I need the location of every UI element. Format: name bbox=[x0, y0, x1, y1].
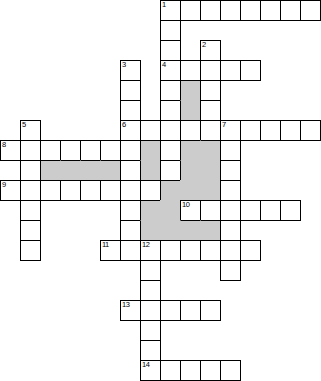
shaded-cell bbox=[200, 220, 221, 241]
cell[interactable] bbox=[160, 40, 181, 61]
clue-number: 10 bbox=[182, 201, 189, 209]
cell[interactable] bbox=[160, 240, 181, 261]
cell[interactable] bbox=[160, 80, 181, 101]
cell[interactable] bbox=[160, 300, 181, 321]
cell[interactable] bbox=[200, 200, 221, 221]
cell[interactable] bbox=[180, 0, 201, 21]
cell[interactable] bbox=[220, 260, 241, 281]
cell[interactable] bbox=[140, 340, 161, 361]
cell[interactable] bbox=[220, 0, 241, 21]
cell[interactable] bbox=[180, 240, 201, 261]
cell[interactable]: 6 bbox=[120, 120, 141, 141]
cell[interactable] bbox=[200, 60, 221, 81]
shaded-cell bbox=[180, 180, 201, 201]
cell[interactable] bbox=[140, 260, 161, 281]
clue-number: 12 bbox=[142, 241, 149, 249]
cell[interactable] bbox=[260, 200, 281, 221]
shaded-cell bbox=[160, 220, 181, 241]
cell[interactable] bbox=[160, 120, 181, 141]
cell[interactable] bbox=[200, 80, 221, 101]
clue-number: 13 bbox=[122, 301, 129, 309]
cell[interactable] bbox=[220, 200, 241, 221]
cell[interactable] bbox=[140, 320, 161, 341]
cell[interactable] bbox=[200, 120, 221, 141]
cell[interactable]: 14 bbox=[140, 360, 161, 381]
cell[interactable] bbox=[120, 80, 141, 101]
cell[interactable] bbox=[120, 160, 141, 181]
cell[interactable] bbox=[160, 360, 181, 381]
shaded-cell bbox=[180, 100, 201, 121]
clue-number: 7 bbox=[222, 121, 226, 129]
shaded-cell bbox=[180, 160, 201, 181]
shaded-cell bbox=[180, 80, 201, 101]
cell[interactable] bbox=[160, 100, 181, 121]
cell[interactable] bbox=[220, 140, 241, 161]
clue-number: 4 bbox=[162, 61, 166, 69]
clue-number: 8 bbox=[2, 141, 6, 149]
cell[interactable]: 12 bbox=[140, 240, 161, 261]
shaded-cell bbox=[140, 200, 161, 221]
cell[interactable] bbox=[40, 140, 61, 161]
shaded-cell bbox=[60, 160, 81, 181]
cell[interactable] bbox=[20, 220, 41, 241]
shaded-cell bbox=[200, 160, 221, 181]
cell[interactable] bbox=[180, 60, 201, 81]
cell[interactable] bbox=[60, 180, 81, 201]
cell[interactable] bbox=[120, 200, 141, 221]
cell[interactable] bbox=[220, 220, 241, 241]
cell[interactable] bbox=[220, 160, 241, 181]
cell[interactable] bbox=[140, 120, 161, 141]
shaded-cell bbox=[160, 200, 181, 221]
cell[interactable] bbox=[180, 120, 201, 141]
cell[interactable] bbox=[240, 200, 261, 221]
cell[interactable] bbox=[160, 140, 181, 161]
shaded-cell bbox=[180, 220, 201, 241]
clue-number: 2 bbox=[202, 41, 206, 49]
cell[interactable] bbox=[140, 180, 161, 201]
cell[interactable] bbox=[220, 240, 241, 261]
cell[interactable] bbox=[40, 180, 61, 201]
shaded-cell bbox=[160, 180, 181, 201]
clue-number: 9 bbox=[2, 181, 6, 189]
cell[interactable] bbox=[300, 120, 321, 141]
cell[interactable] bbox=[240, 120, 261, 141]
cell[interactable]: 5 bbox=[20, 120, 41, 141]
cell[interactable] bbox=[20, 180, 41, 201]
shaded-cell bbox=[200, 140, 221, 161]
cell[interactable]: 13 bbox=[120, 300, 141, 321]
cell[interactable] bbox=[120, 220, 141, 241]
cell[interactable]: 8 bbox=[0, 140, 21, 161]
cell[interactable] bbox=[140, 300, 161, 321]
cell[interactable] bbox=[80, 180, 101, 201]
cell[interactable] bbox=[280, 200, 301, 221]
cell[interactable] bbox=[140, 280, 161, 301]
cell[interactable] bbox=[180, 300, 201, 321]
cell[interactable] bbox=[220, 60, 241, 81]
cell[interactable]: 7 bbox=[220, 120, 241, 141]
cell[interactable] bbox=[200, 240, 221, 261]
cell[interactable] bbox=[120, 240, 141, 261]
cell[interactable] bbox=[200, 100, 221, 121]
cell[interactable] bbox=[280, 120, 301, 141]
cell[interactable] bbox=[80, 140, 101, 161]
shaded-cell bbox=[200, 180, 221, 201]
cell[interactable] bbox=[120, 140, 141, 161]
clue-number: 6 bbox=[122, 121, 126, 129]
cell[interactable] bbox=[20, 200, 41, 221]
clue-number: 1 bbox=[162, 1, 166, 9]
cell[interactable] bbox=[280, 0, 301, 21]
cell[interactable] bbox=[220, 180, 241, 201]
cell[interactable] bbox=[220, 360, 241, 381]
shaded-cell bbox=[140, 160, 161, 181]
cell[interactable] bbox=[120, 100, 141, 121]
cell[interactable] bbox=[240, 0, 261, 21]
cell[interactable] bbox=[200, 360, 221, 381]
clue-number: 14 bbox=[142, 361, 149, 369]
shaded-cell bbox=[40, 160, 61, 181]
shaded-cell bbox=[80, 160, 101, 181]
cell[interactable] bbox=[180, 360, 201, 381]
shaded-cell bbox=[140, 140, 161, 161]
cell[interactable] bbox=[20, 140, 41, 161]
cell[interactable]: 4 bbox=[160, 60, 181, 81]
clue-number: 3 bbox=[122, 61, 126, 69]
cell[interactable] bbox=[200, 0, 221, 21]
cell[interactable] bbox=[240, 240, 261, 261]
cell[interactable] bbox=[260, 0, 281, 21]
cell[interactable] bbox=[100, 180, 121, 201]
clue-number: 11 bbox=[102, 241, 109, 249]
crossword-board: 1234567891011121314 bbox=[0, 0, 321, 381]
cell[interactable] bbox=[20, 160, 41, 181]
cell[interactable] bbox=[160, 20, 181, 41]
shaded-cell bbox=[100, 160, 121, 181]
shaded-cell bbox=[180, 140, 201, 161]
cell[interactable] bbox=[100, 140, 121, 161]
cell[interactable]: 3 bbox=[120, 60, 141, 81]
cell[interactable] bbox=[160, 160, 181, 181]
cell[interactable]: 9 bbox=[0, 180, 21, 201]
cell[interactable] bbox=[200, 300, 221, 321]
cell[interactable] bbox=[60, 140, 81, 161]
shaded-cell bbox=[140, 220, 161, 241]
cell[interactable] bbox=[20, 240, 41, 261]
cell[interactable] bbox=[240, 60, 261, 81]
cell[interactable]: 11 bbox=[100, 240, 121, 261]
cell[interactable]: 2 bbox=[200, 40, 221, 61]
cell[interactable] bbox=[120, 180, 141, 201]
cell[interactable] bbox=[260, 120, 281, 141]
clue-number: 5 bbox=[22, 121, 26, 129]
cell[interactable] bbox=[300, 0, 321, 21]
cell[interactable]: 1 bbox=[160, 0, 181, 21]
cell[interactable]: 10 bbox=[180, 200, 201, 221]
